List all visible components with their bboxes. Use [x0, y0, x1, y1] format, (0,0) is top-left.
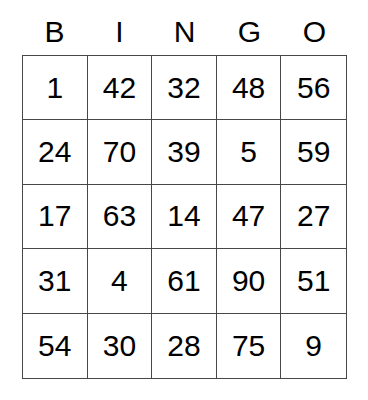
bingo-cell[interactable]: 31: [23, 249, 88, 313]
column-header-n: N: [152, 17, 217, 55]
bingo-cell[interactable]: 56: [281, 56, 346, 120]
bingo-cell[interactable]: 32: [152, 56, 217, 120]
bingo-cell[interactable]: 48: [217, 56, 282, 120]
bingo-cell[interactable]: 63: [88, 185, 153, 249]
bingo-cell[interactable]: 59: [281, 120, 346, 184]
bingo-grid: 1423248562470395591763144727314619051543…: [22, 55, 347, 379]
bingo-cell[interactable]: 47: [217, 185, 282, 249]
bingo-cell[interactable]: 9: [281, 314, 346, 378]
column-header-g: G: [217, 17, 282, 55]
bingo-cell[interactable]: 4: [88, 249, 153, 313]
bingo-cell[interactable]: 24: [23, 120, 88, 184]
column-header-b: B: [22, 17, 87, 55]
bingo-cell[interactable]: 70: [88, 120, 153, 184]
bingo-header: B I N G O: [22, 0, 347, 55]
bingo-cell[interactable]: 28: [152, 314, 217, 378]
bingo-cell[interactable]: 39: [152, 120, 217, 184]
bingo-cell[interactable]: 51: [281, 249, 346, 313]
bingo-cell[interactable]: 5: [217, 120, 282, 184]
bingo-cell[interactable]: 30: [88, 314, 153, 378]
bingo-card: B I N G O 142324856247039559176314472731…: [0, 0, 368, 400]
column-header-i: I: [87, 17, 152, 55]
bingo-cell[interactable]: 1: [23, 56, 88, 120]
bingo-cell[interactable]: 61: [152, 249, 217, 313]
bingo-cell[interactable]: 75: [217, 314, 282, 378]
bingo-cell[interactable]: 17: [23, 185, 88, 249]
bingo-cell[interactable]: 90: [217, 249, 282, 313]
bingo-cell[interactable]: 14: [152, 185, 217, 249]
bingo-cell[interactable]: 42: [88, 56, 153, 120]
column-header-o: O: [282, 17, 347, 55]
bingo-cell[interactable]: 54: [23, 314, 88, 378]
bingo-cell[interactable]: 27: [281, 185, 346, 249]
